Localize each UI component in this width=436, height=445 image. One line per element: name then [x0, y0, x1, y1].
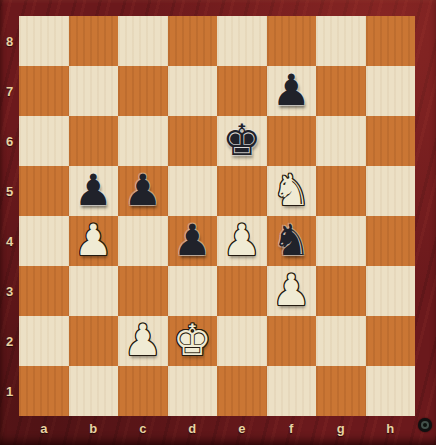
square-h7[interactable] — [366, 66, 416, 116]
square-e6[interactable]: ♚ — [217, 116, 267, 166]
file-label-e: e — [217, 416, 267, 445]
square-f2[interactable] — [267, 316, 317, 366]
white-pawn[interactable]: ♟ — [74, 219, 113, 262]
move-indicator-ring — [421, 421, 429, 429]
file-labels: abcdefgh — [19, 416, 415, 445]
square-c2[interactable]: ♟ — [118, 316, 168, 366]
square-f3[interactable]: ♟ — [267, 266, 317, 316]
square-b3[interactable] — [69, 266, 119, 316]
square-d3[interactable] — [168, 266, 218, 316]
file-label-a: a — [19, 416, 69, 445]
square-e3[interactable] — [217, 266, 267, 316]
square-a5[interactable] — [19, 166, 69, 216]
square-d4[interactable]: ♟ — [168, 216, 218, 266]
square-h2[interactable] — [366, 316, 416, 366]
square-b4[interactable]: ♟ — [69, 216, 119, 266]
square-b5[interactable]: ♟ — [69, 166, 119, 216]
square-f6[interactable] — [267, 116, 317, 166]
square-a8[interactable] — [19, 16, 69, 66]
square-c3[interactable] — [118, 266, 168, 316]
white-king[interactable]: ♚ — [173, 319, 212, 362]
square-g2[interactable] — [316, 316, 366, 366]
black-pawn[interactable]: ♟ — [173, 219, 212, 262]
square-f5[interactable]: ♞ — [267, 166, 317, 216]
square-g4[interactable] — [316, 216, 366, 266]
square-g5[interactable] — [316, 166, 366, 216]
square-b6[interactable] — [69, 116, 119, 166]
black-pawn[interactable]: ♟ — [272, 69, 311, 112]
file-label-f: f — [267, 416, 317, 445]
square-a2[interactable] — [19, 316, 69, 366]
rank-labels: 87654321 — [0, 16, 19, 416]
square-d8[interactable] — [168, 16, 218, 66]
square-e2[interactable] — [217, 316, 267, 366]
square-e4[interactable]: ♟ — [217, 216, 267, 266]
square-a3[interactable] — [19, 266, 69, 316]
square-h6[interactable] — [366, 116, 416, 166]
square-b7[interactable] — [69, 66, 119, 116]
file-label-h: h — [366, 416, 416, 445]
move-indicator-icon — [418, 418, 432, 432]
file-label-g: g — [316, 416, 366, 445]
black-pawn[interactable]: ♟ — [74, 169, 113, 212]
rank-label-5: 5 — [0, 166, 19, 216]
square-h8[interactable] — [366, 16, 416, 66]
square-e7[interactable] — [217, 66, 267, 116]
file-label-c: c — [118, 416, 168, 445]
board: ♟♚♟♟♞♟♟♟♞♟♟♚ — [19, 16, 415, 416]
file-label-b: b — [69, 416, 119, 445]
rank-label-3: 3 — [0, 266, 19, 316]
white-knight[interactable]: ♞ — [272, 169, 311, 212]
square-e1[interactable] — [217, 366, 267, 416]
rank-label-4: 4 — [0, 216, 19, 266]
chess-board-frame: 87654321 ♟♚♟♟♞♟♟♟♞♟♟♚ abcdefgh — [0, 0, 436, 445]
square-c4[interactable] — [118, 216, 168, 266]
black-knight[interactable]: ♞ — [272, 219, 311, 262]
square-c8[interactable] — [118, 16, 168, 66]
move-indicator-dot — [423, 423, 427, 427]
square-d1[interactable] — [168, 366, 218, 416]
square-d5[interactable] — [168, 166, 218, 216]
square-f7[interactable]: ♟ — [267, 66, 317, 116]
square-f8[interactable] — [267, 16, 317, 66]
square-c5[interactable]: ♟ — [118, 166, 168, 216]
square-h5[interactable] — [366, 166, 416, 216]
rank-label-8: 8 — [0, 16, 19, 66]
square-e5[interactable] — [217, 166, 267, 216]
white-pawn[interactable]: ♟ — [272, 269, 311, 312]
rank-label-1: 1 — [0, 366, 19, 416]
square-h4[interactable] — [366, 216, 416, 266]
file-label-d: d — [168, 416, 218, 445]
square-e8[interactable] — [217, 16, 267, 66]
square-d7[interactable] — [168, 66, 218, 116]
rank-label-6: 6 — [0, 116, 19, 166]
white-pawn[interactable]: ♟ — [222, 219, 261, 262]
rank-label-7: 7 — [0, 66, 19, 116]
square-d2[interactable]: ♚ — [168, 316, 218, 366]
square-f1[interactable] — [267, 366, 317, 416]
square-c7[interactable] — [118, 66, 168, 116]
square-f4[interactable]: ♞ — [267, 216, 317, 266]
square-g7[interactable] — [316, 66, 366, 116]
square-g3[interactable] — [316, 266, 366, 316]
black-pawn[interactable]: ♟ — [123, 169, 162, 212]
white-pawn[interactable]: ♟ — [123, 319, 162, 362]
square-c1[interactable] — [118, 366, 168, 416]
square-g1[interactable] — [316, 366, 366, 416]
rank-label-2: 2 — [0, 316, 19, 366]
square-d6[interactable] — [168, 116, 218, 166]
square-a1[interactable] — [19, 366, 69, 416]
square-a7[interactable] — [19, 66, 69, 116]
black-king[interactable]: ♚ — [222, 119, 261, 162]
square-b1[interactable] — [69, 366, 119, 416]
square-g6[interactable] — [316, 116, 366, 166]
square-h1[interactable] — [366, 366, 416, 416]
square-c6[interactable] — [118, 116, 168, 166]
square-h3[interactable] — [366, 266, 416, 316]
square-b8[interactable] — [69, 16, 119, 66]
square-g8[interactable] — [316, 16, 366, 66]
square-b2[interactable] — [69, 316, 119, 366]
square-a4[interactable] — [19, 216, 69, 266]
square-a6[interactable] — [19, 116, 69, 166]
